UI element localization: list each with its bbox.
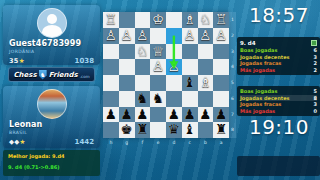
white-pawn: ♙ [199,28,211,44]
square-f6[interactable]: ♞ [135,91,151,107]
quality-count: 2 [314,60,317,66]
square-a3[interactable] [213,44,229,60]
rank-label-5: 5 [229,75,236,91]
rank-label-7: 7 [229,107,236,123]
black-pawn: ♟ [184,107,196,123]
star-icon: ★ [20,138,26,146]
player-bottom-rating: 1442 [75,138,94,146]
best-move-text: Melhor jogada: 9.d4 [8,153,95,160]
quality-count: 8 [314,95,317,101]
square-a5[interactable] [213,75,229,91]
white-pawn: ♙ [136,28,148,44]
black-pawn: ♟ [168,107,180,123]
square-h8[interactable] [103,122,119,138]
clock-bottom: 19:10 [238,115,320,139]
file-labels: hgfedcba [103,139,229,146]
black-pawn: ♟ [136,107,148,123]
black-queen: ♛ [168,122,180,138]
avatar-bottom-photo[interactable] [37,89,67,119]
file-label-g: g [119,139,135,146]
square-d2[interactable] [166,28,182,44]
white-pawn: ♙ [105,28,117,44]
quality-label: Más jogadas [240,108,275,114]
player-top-badge: 35★ [9,57,25,65]
square-d6[interactable] [166,91,182,107]
square-h3[interactable] [103,44,119,60]
square-d4[interactable]: ♙ [166,59,182,75]
quality-count: 0 [314,108,317,114]
black-knight: ♞ [152,91,164,107]
square-a7[interactable]: ♟ [213,107,229,123]
quality-count: 6 [314,47,317,53]
square-f8[interactable]: ♜ [135,122,151,138]
square-d8[interactable]: ♛ [166,122,182,138]
quality-row: Más jogadas2 [240,67,317,74]
square-e1[interactable]: ♔ [150,12,166,28]
quality-label: Boas jogadas [240,88,277,94]
player-bottom-badge: ◆◆★ [9,138,26,146]
white-knight: ♘ [136,44,148,60]
black-pawn: ♟ [121,107,133,123]
square-b7[interactable]: ♟ [198,107,214,123]
black-rook: ♜ [136,122,148,138]
square-b2[interactable]: ♙ [198,28,214,44]
square-f7[interactable]: ♟ [135,107,151,123]
chess-board[interactable]: ♖♔♗♘♖♙♙♙♙♙♙♘♕♙♙♝♗♞♞♟♟♟♟♟♟♟♚♜♛♝♜ [103,12,229,138]
player-top-country: JORDÂNIA [9,49,94,55]
avatar-top-person-icon[interactable] [37,8,67,38]
square-a2[interactable]: ♙ [213,28,229,44]
player-card-bottom[interactable]: Leonan BRASIL ◆◆★ 1442 [3,86,100,148]
square-a1[interactable]: ♖ [213,12,229,28]
square-e8[interactable] [150,122,166,138]
file-label-e: e [150,139,166,146]
white-bishop: ♗ [199,75,211,91]
game-screen: Guest46783999 JORDÂNIA 35★ 1038 Chess ♞ … [0,0,320,180]
move-quality-panel-bottom: Boas jogadas5Jogadas decentes8Jogadas fr… [237,86,320,116]
square-c2[interactable]: ♙ [182,28,198,44]
quality-count: 3 [314,54,317,60]
white-rook: ♖ [215,12,227,28]
last-move-label: 9. d4 [240,40,256,46]
square-f4[interactable] [135,59,151,75]
square-e2[interactable] [150,28,166,44]
square-g6[interactable] [119,91,135,107]
white-pawn: ♙ [152,59,164,75]
square-c4[interactable] [182,59,198,75]
square-h4[interactable] [103,59,119,75]
square-e3[interactable]: ♕ [150,44,166,60]
player-bottom-name: Leonan [9,120,94,129]
square-g2[interactable]: ♙ [119,28,135,44]
player-bottom-country: BRASIL [9,130,94,136]
square-h1[interactable]: ♖ [103,12,119,28]
black-bishop: ♝ [184,122,196,138]
square-d5[interactable] [166,75,182,91]
player-top-name: Guest46783999 [9,39,94,48]
square-c7[interactable]: ♟ [182,107,198,123]
quality-count: 5 [314,88,317,94]
square-g4[interactable] [119,59,135,75]
square-a4[interactable] [213,59,229,75]
logo-friends-text: Friends [49,71,78,79]
file-label-f: f [135,139,151,146]
square-h6[interactable] [103,91,119,107]
white-rook: ♖ [105,12,117,28]
file-label-c: c [182,139,198,146]
black-pawn: ♟ [105,107,117,123]
quality-label: Jogadas fracas [240,60,281,66]
rank-label-2: 2 [229,28,236,44]
square-d3[interactable] [166,44,182,60]
white-knight: ♘ [199,12,211,28]
white-queen: ♕ [152,44,164,60]
white-pawn: ♙ [168,59,180,75]
square-e5[interactable] [150,75,166,91]
square-e4[interactable]: ♙ [150,59,166,75]
white-pawn: ♙ [184,28,196,44]
square-b8[interactable] [198,122,214,138]
square-c3[interactable] [182,44,198,60]
black-bishop: ♝ [184,75,196,91]
square-g5[interactable] [119,75,135,91]
square-e6[interactable]: ♞ [150,91,166,107]
move-quality-panel-top: 9. d4 Boas jogadas6Jogadas decentes3Joga… [237,37,320,75]
shield-knight-icon: ♞ [39,70,47,80]
square-a8[interactable]: ♜ [213,122,229,138]
black-knight: ♞ [136,91,148,107]
black-rook: ♜ [215,122,227,138]
rank-label-6: 6 [229,91,236,107]
square-c1[interactable]: ♗ [182,12,198,28]
square-c5[interactable]: ♝ [182,75,198,91]
white-king: ♔ [152,12,164,28]
white-pawn: ♙ [121,28,133,44]
square-b5[interactable]: ♗ [198,75,214,91]
black-king: ♚ [121,122,133,138]
quality-count: 3 [314,101,317,107]
file-label-d: d [166,139,182,146]
rank-label-1: 1 [229,12,236,28]
square-h2[interactable]: ♙ [103,28,119,44]
quality-row: Más jogadas0 [240,108,317,115]
rank-label-3: 3 [229,44,236,60]
square-b3[interactable] [198,44,214,60]
quality-label: Jogadas decentes [240,54,290,60]
rank-label-8: 8 [229,122,236,138]
logo-tld-text: .com [80,74,90,79]
file-label-a: a [213,139,229,146]
star-icon: ★ [19,57,25,65]
square-f3[interactable]: ♘ [135,44,151,60]
square-f1[interactable] [135,12,151,28]
square-b4[interactable] [198,59,214,75]
white-pawn: ♙ [215,28,227,44]
file-label-h: h [103,139,119,146]
file-label-b: b [198,139,214,146]
rank-label-4: 4 [229,59,236,75]
square-d7[interactable]: ♟ [166,107,182,123]
square-h7[interactable]: ♟ [103,107,119,123]
square-b6[interactable] [198,91,214,107]
logo-chess-text: Chess [13,71,36,79]
eval-change-text: 9. d4 (0.71->0.86) [8,164,95,171]
quality-label: Jogadas fracas [240,101,281,107]
square-g8[interactable]: ♚ [119,122,135,138]
square-d1[interactable] [166,12,182,28]
player-top-rating: 1038 [75,57,94,65]
square-h5[interactable] [103,75,119,91]
rank-labels: 12345678 [229,12,236,138]
square-f2[interactable]: ♙ [135,28,151,44]
black-pawn: ♟ [199,107,211,123]
player-card-top[interactable]: Guest46783999 JORDÂNIA 35★ 1038 [3,5,100,65]
square-g7[interactable]: ♟ [119,107,135,123]
clock-top: 18:57 [238,3,320,27]
square-g1[interactable] [119,12,135,28]
square-a6[interactable] [213,91,229,107]
black-pawn: ♟ [215,107,227,123]
quality-label: Más jogadas [240,67,275,73]
square-c6[interactable] [182,91,198,107]
quality-count: 2 [314,67,317,73]
white-bishop: ♗ [184,12,196,28]
square-b1[interactable]: ♘ [198,12,214,28]
analysis-panel: Melhor jogada: 9.d4 9. d4 (0.71->0.86) [3,150,100,176]
square-g3[interactable] [119,44,135,60]
quality-label: Boas jogadas [240,47,277,53]
square-c8[interactable]: ♝ [182,122,198,138]
square-e7[interactable] [150,107,166,123]
quality-label: Jogadas decentes [240,95,290,101]
chessfriends-logo[interactable]: Chess ♞ Friends .com [8,67,95,82]
good-move-indicator-icon [311,40,317,46]
bottom-right-panel [237,156,320,176]
square-f5[interactable] [135,75,151,91]
